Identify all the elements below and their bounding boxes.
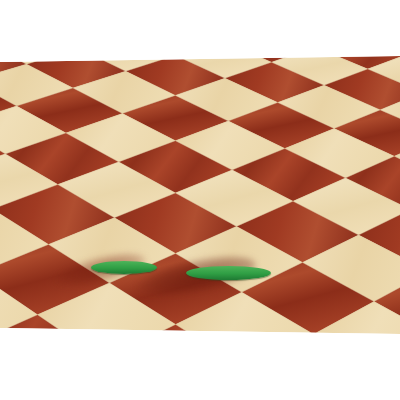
- board-square[interactable]: [0, 27, 79, 64]
- board-square[interactable]: [222, 27, 315, 63]
- chess-product-photo: ♟ ♜: [0, 0, 400, 400]
- board-square[interactable]: [357, 20, 400, 54]
- board-square[interactable]: [129, 20, 222, 55]
